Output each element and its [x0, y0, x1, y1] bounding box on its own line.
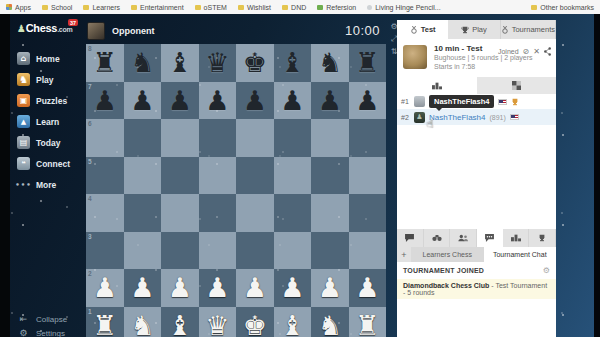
bookmark-school[interactable]: School [42, 4, 72, 11]
square-c7[interactable]: ♟ [161, 82, 199, 120]
notification-badge: 37 [68, 19, 78, 26]
rank-label: 5 [88, 158, 92, 165]
chess-piece[interactable]: ♜ [86, 307, 124, 337]
collapse-button[interactable]: ⇤Collapse [17, 312, 67, 326]
square-b8[interactable]: ♞ [124, 44, 162, 82]
square-h2[interactable]: ♟ [349, 269, 387, 307]
chat-dots-icon [485, 234, 494, 242]
chat-icon-tabs [397, 229, 556, 247]
trophy-icon [461, 26, 469, 34]
home-icon: ⌂ [17, 52, 30, 65]
trophy-icon [538, 234, 546, 242]
other-bookmarks[interactable]: Other bookmarks [531, 4, 594, 11]
chess-piece[interactable]: ♛ [199, 44, 237, 82]
bookmark-apps[interactable]: Apps [6, 4, 31, 11]
graduation-icon: ▲ [17, 115, 30, 128]
chessboard-grid-icon [512, 81, 521, 90]
chess-piece[interactable]: ♟ [161, 82, 199, 120]
square-e8[interactable]: ♚ [236, 44, 274, 82]
square-d6[interactable] [199, 119, 237, 157]
chess-piece[interactable]: ♜ [349, 307, 387, 337]
square-c1[interactable]: ♝ [161, 307, 199, 337]
chess-piece[interactable]: ♟ [311, 82, 349, 120]
panel-tabs: Test Play Tournaments [397, 20, 556, 39]
opponent-clock: 10:00 [345, 23, 380, 38]
chess-piece[interactable]: ♟ [86, 82, 124, 120]
square-f4[interactable] [274, 194, 312, 232]
square-d8[interactable]: ♛ [199, 44, 237, 82]
rank-label: 4 [88, 195, 92, 202]
square-a8[interactable]: 8♜ [86, 44, 124, 82]
settings-button[interactable]: ⚙Settings [17, 326, 67, 337]
square-f8[interactable]: ♝ [274, 44, 312, 82]
square-d7[interactable]: ♟ [199, 82, 237, 120]
sidebar-item-home[interactable]: ⌂Home [17, 48, 70, 69]
share-icon[interactable] [544, 47, 551, 56]
square-f5[interactable] [274, 157, 312, 195]
sidebar-item-learn[interactable]: ▲Learn [17, 111, 70, 132]
chess-piece[interactable]: ♜ [86, 44, 124, 82]
chess-piece[interactable]: ♟ [349, 269, 387, 307]
chess-piece[interactable]: ♞ [311, 44, 349, 82]
folder-icon [131, 5, 137, 10]
square-e6[interactable] [236, 119, 274, 157]
chess-piece[interactable]: ♟ [349, 82, 387, 120]
chess-piece[interactable]: ♟ [161, 269, 199, 307]
tab-play[interactable]: Play [448, 20, 500, 39]
square-h1[interactable]: ♜ [349, 307, 387, 337]
square-c2[interactable]: ♟ [161, 269, 199, 307]
square-a1[interactable]: 1♜ [86, 307, 124, 337]
gear-icon: ⚙ [17, 328, 30, 337]
square-f7[interactable]: ♟ [274, 82, 312, 120]
podium-icon [432, 82, 442, 90]
chess-piece[interactable]: ♟ [236, 82, 274, 120]
chess-piece[interactable]: ♝ [161, 307, 199, 337]
chess-piece[interactable]: ♞ [124, 44, 162, 82]
square-h3[interactable] [349, 232, 387, 270]
square-d5[interactable] [199, 157, 237, 195]
chess-piece[interactable]: ♝ [274, 44, 312, 82]
mouse-cursor: ☝ [426, 117, 433, 130]
standings-tab-icon[interactable] [503, 229, 530, 247]
collapse-icon: ⇤ [17, 314, 30, 324]
club-name-link[interactable]: Diamondback Chess Club [403, 282, 489, 289]
chess-piece[interactable]: ♟ [124, 82, 162, 120]
sidebar-item-play[interactable]: ♞Play [17, 69, 70, 90]
player-rating: (891) [489, 114, 505, 121]
bookmark-learners[interactable]: Learners [83, 4, 120, 11]
subtab-standings[interactable] [397, 77, 477, 94]
chess-piece[interactable]: ♜ [349, 44, 387, 82]
sidebar: ♟Chess.com 37 ⌂Home ♞Play ▣Puzzles ▲Lear… [10, 14, 86, 337]
square-e3[interactable] [236, 232, 274, 270]
tournament-title: 10 min - Test [434, 44, 482, 53]
chesscom-logo[interactable]: ♟Chess.com [17, 22, 72, 34]
rank-label: 6 [88, 120, 92, 127]
player-rank: #1 [401, 98, 410, 105]
more-dots-icon: ••• [17, 178, 30, 191]
square-b1[interactable]: ♞ [124, 307, 162, 337]
square-h7[interactable]: ♟ [349, 82, 387, 120]
window-edge-left [0, 14, 10, 337]
square-g3[interactable] [311, 232, 349, 270]
square-b5[interactable] [124, 157, 162, 195]
us-flag-icon [510, 114, 519, 120]
chess-piece[interactable]: ♟ [199, 82, 237, 120]
chess-piece[interactable]: ♟ [274, 269, 312, 307]
board-column: Opponent 10:00 8♜♞♝♛♚♝♞♜7♟♟♟♟♟♟♟♟65432♟♟… [86, 20, 386, 337]
chess-piece[interactable]: ♟ [274, 82, 312, 120]
square-f3[interactable] [274, 232, 312, 270]
chess-piece[interactable]: ♝ [161, 44, 199, 82]
square-a3[interactable]: 3 [86, 232, 124, 270]
player-row-2[interactable]: #2 ♟ NashTheFlash4 (891) [397, 109, 556, 125]
chess-piece[interactable]: ♞ [311, 307, 349, 337]
square-d1[interactable]: ♛ [199, 307, 237, 337]
podium-icon [511, 234, 521, 242]
square-d4[interactable] [199, 194, 237, 232]
tab-test[interactable]: Test [397, 20, 448, 39]
square-g2[interactable]: ♟ [311, 269, 349, 307]
player-name-link[interactable]: NashTheFlash4 [429, 113, 485, 122]
news-icon: ▤ [17, 136, 30, 149]
tournament-panel: Test Play Tournaments 10 min - Test Bugh… [397, 20, 556, 337]
medal-icon [410, 26, 418, 34]
bookmark-wishlist[interactable]: Wishlist [238, 4, 271, 11]
events-tab-icon[interactable] [529, 229, 556, 247]
chat-settings-gear-icon[interactable]: ⚙ [543, 266, 550, 275]
chess-board[interactable]: 8♜♞♝♛♚♝♞♜7♟♟♟♟♟♟♟♟65432♟♟♟♟♟♟♟♟1♜♞♝♛♚♝♞♜ [86, 44, 386, 337]
folder-icon [195, 5, 201, 10]
leave-x-icon[interactable]: ✕ [533, 47, 540, 56]
bookmark-refersion[interactable]: Refersion [317, 4, 356, 11]
square-b3[interactable] [124, 232, 162, 270]
rank-label: 3 [88, 233, 92, 240]
chess-piece[interactable]: ♟ [199, 269, 237, 307]
player-avatar: ♟ [414, 112, 425, 123]
square-f6[interactable] [274, 119, 312, 157]
sidebar-item-connect[interactable]: ❝Connect [17, 153, 70, 174]
player-rank: #2 [401, 114, 410, 121]
square-c4[interactable] [161, 194, 199, 232]
chat-bubble-icon [405, 234, 414, 242]
refersion-icon [317, 5, 323, 10]
chess-app: ♟Chess.com 37 ⌂Home ♞Play ▣Puzzles ▲Lear… [0, 14, 600, 337]
chess-piece[interactable]: ♟ [236, 269, 274, 307]
chat-bubbles-icon: ❝ [17, 157, 30, 170]
spectate-tab-icon[interactable] [424, 229, 451, 247]
tournament-header: 10 min - Test Bughouse | 5 rounds | 2 pl… [397, 39, 556, 77]
square-c6[interactable] [161, 119, 199, 157]
tournament-countdown: Starts in 7:58 [434, 63, 475, 70]
square-f2[interactable]: ♟ [274, 269, 312, 307]
chess-piece[interactable]: ♛ [199, 307, 237, 337]
square-c3[interactable] [161, 232, 199, 270]
bookmark-living-hinge[interactable]: Living Hinge Pencil... [367, 4, 440, 11]
chess-piece[interactable]: ♞ [124, 307, 162, 337]
bookmark-ostem[interactable]: oSTEM [195, 4, 227, 11]
square-b2[interactable]: ♟ [124, 269, 162, 307]
club-trophy-icon [511, 98, 519, 106]
pawn-logo-icon: ♟ [17, 23, 26, 34]
tournament-club-avatar[interactable] [403, 45, 427, 69]
block-icon[interactable]: ⊘ [523, 47, 530, 56]
sidebar-item-today[interactable]: ▤Today [17, 132, 70, 153]
joined-label: Joined [498, 48, 519, 55]
us-flag-icon [498, 99, 507, 105]
chat-message: Diamondback Chess Club - Test Tournament… [397, 279, 556, 299]
bookmark-dnd[interactable]: DND [282, 4, 306, 11]
chat-channels: + Learners Chess Tournament Chat [397, 247, 556, 262]
opponent-avatar[interactable] [87, 22, 105, 40]
square-e5[interactable] [236, 157, 274, 195]
folder-icon [238, 5, 244, 10]
knight-icon: ♞ [17, 73, 30, 86]
chat-tab-icon[interactable] [397, 229, 424, 247]
square-g1[interactable]: ♞ [311, 307, 349, 337]
tournament-actions: Joined ⊘ ✕ [498, 47, 551, 56]
friends-tab-icon[interactable] [450, 229, 477, 247]
square-b6[interactable] [124, 119, 162, 157]
square-d3[interactable] [199, 232, 237, 270]
chess-piece[interactable]: ♟ [124, 269, 162, 307]
username-tooltip: NashTheFlash4 [429, 95, 494, 108]
square-c5[interactable] [161, 157, 199, 195]
square-h8[interactable]: ♜ [349, 44, 387, 82]
add-channel-button[interactable]: + [397, 247, 411, 262]
sidebar-item-more[interactable]: •••More [17, 174, 70, 195]
square-e4[interactable] [236, 194, 274, 232]
square-c8[interactable]: ♝ [161, 44, 199, 82]
square-a5[interactable]: 5 [86, 157, 124, 195]
square-h5[interactable] [349, 157, 387, 195]
chess-piece[interactable]: ♚ [236, 44, 274, 82]
square-h6[interactable] [349, 119, 387, 157]
medal-icon [501, 26, 509, 34]
square-a6[interactable]: 6 [86, 119, 124, 157]
square-a2[interactable]: 2♟ [86, 269, 124, 307]
square-b7[interactable]: ♟ [124, 82, 162, 120]
chat-section: + Learners Chess Tournament Chat TOURNAM… [397, 229, 556, 299]
square-h4[interactable] [349, 194, 387, 232]
square-a4[interactable]: 4 [86, 194, 124, 232]
subtab-games[interactable] [477, 77, 557, 94]
tournament-joined-status: TOURNAMENT JOINED [403, 267, 484, 274]
tab-tournaments[interactable]: Tournaments [501, 20, 556, 39]
square-f1[interactable]: ♝ [274, 307, 312, 337]
window-edge-right [594, 14, 600, 337]
chess-piece[interactable]: ♟ [311, 269, 349, 307]
square-d2[interactable]: ♟ [199, 269, 237, 307]
bookmark-entertainment[interactable]: Entertainment [131, 4, 184, 11]
sidebar-item-puzzles[interactable]: ▣Puzzles [17, 90, 70, 111]
folder-icon [282, 5, 288, 10]
sidebar-nav: ⌂Home ♞Play ▣Puzzles ▲Learn ▤Today ❝Conn… [17, 48, 70, 195]
square-a7[interactable]: 7♟ [86, 82, 124, 120]
chess-piece[interactable]: ♝ [274, 307, 312, 337]
chat-status-row: TOURNAMENT JOINED ⚙ [397, 262, 556, 277]
square-g4[interactable] [311, 194, 349, 232]
puzzle-icon: ▣ [17, 94, 30, 107]
square-g8[interactable]: ♞ [311, 44, 349, 82]
active-chat-tab-icon[interactable] [477, 229, 503, 247]
square-g5[interactable] [311, 157, 349, 195]
player-avatar [414, 96, 425, 107]
chess-piece[interactable]: ♚ [236, 307, 274, 337]
page-icon [367, 5, 372, 10]
opponent-header: Opponent 10:00 [86, 20, 386, 44]
square-e2[interactable]: ♟ [236, 269, 274, 307]
tournament-subtabs [397, 77, 556, 94]
binoculars-icon [432, 234, 442, 242]
apps-grid-icon [6, 4, 12, 10]
chess-piece[interactable]: ♟ [86, 269, 124, 307]
square-g7[interactable]: ♟ [311, 82, 349, 120]
browser-bookmarks-bar: Apps School Learners Entertainment oSTEM… [0, 0, 600, 14]
folder-icon [531, 5, 537, 10]
sidebar-footer: ⇤Collapse ⚙Settings [17, 312, 67, 337]
player-row-1[interactable]: #1 NashTheFlash4 [397, 94, 556, 109]
channel-tournament-chat[interactable]: Tournament Chat [484, 247, 557, 262]
square-g6[interactable] [311, 119, 349, 157]
square-b4[interactable] [124, 194, 162, 232]
square-e7[interactable]: ♟ [236, 82, 274, 120]
opponent-name: Opponent [112, 26, 155, 36]
people-icon [458, 234, 468, 242]
square-e1[interactable]: ♚ [236, 307, 274, 337]
channel-learners-chess[interactable]: Learners Chess [411, 247, 484, 262]
folder-icon [42, 5, 48, 10]
folder-icon [83, 5, 89, 10]
